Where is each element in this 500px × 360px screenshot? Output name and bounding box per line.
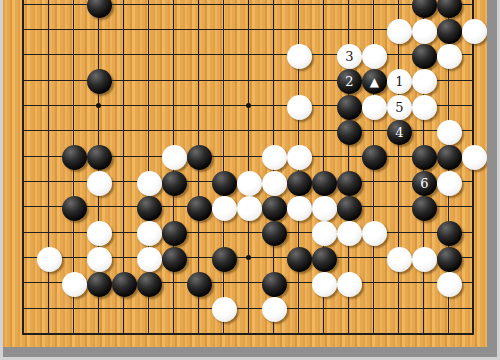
black-stone-c14-r14 — [337, 196, 362, 221]
star-point — [96, 103, 101, 108]
black-stone-c3-r12 — [62, 145, 87, 170]
black-stone-c5-r17 — [112, 272, 137, 297]
black-stone-c15-r9: ▲ — [362, 69, 387, 94]
white-stone-c15-r10 — [362, 95, 387, 120]
white-stone-c12-r10 — [287, 95, 312, 120]
black-stone-c7-r16 — [162, 247, 187, 272]
white-stone-c9-r18 — [212, 297, 237, 322]
black-stone-c17-r6 — [412, 0, 437, 18]
white-stone-c18-r8 — [437, 44, 462, 69]
window-frame-right — [487, 0, 497, 357]
black-stone-c4-r17 — [87, 272, 112, 297]
white-stone-c19-r12 — [462, 145, 487, 170]
white-stone-c10-r14 — [237, 196, 262, 221]
white-stone-c15-r8 — [362, 44, 387, 69]
white-stone-c12-r12 — [287, 145, 312, 170]
black-stone-c16-r11: 4 — [387, 120, 412, 145]
black-stone-c4-r12 — [87, 145, 112, 170]
triangle-marker: ▲ — [370, 76, 379, 88]
white-stone-c4-r15 — [87, 221, 112, 246]
black-stone-c4-r6 — [87, 0, 112, 18]
star-point — [246, 103, 251, 108]
black-stone-c6-r17 — [137, 272, 162, 297]
black-stone-c7-r15 — [162, 221, 187, 246]
black-stone-c11-r15 — [262, 221, 287, 246]
move-number-label: 4 — [395, 126, 403, 139]
black-stone-c8-r12 — [187, 145, 212, 170]
black-stone-c17-r13: 6 — [412, 171, 437, 196]
grid-line-row-19 — [22, 333, 474, 335]
white-stone-c11-r13 — [262, 171, 287, 196]
move-number-label: 5 — [395, 101, 403, 114]
window-frame-bottom — [3, 347, 497, 357]
black-stone-c8-r14 — [187, 196, 212, 221]
white-stone-c14-r8: 3 — [337, 44, 362, 69]
black-stone-c3-r14 — [62, 196, 87, 221]
move-number-label: 1 — [395, 75, 403, 88]
white-stone-c18-r13 — [437, 171, 462, 196]
black-stone-c9-r16 — [212, 247, 237, 272]
black-stone-c17-r14 — [412, 196, 437, 221]
move-number-label: 3 — [345, 50, 353, 63]
black-stone-c18-r7 — [437, 19, 462, 44]
white-stone-c18-r11 — [437, 120, 462, 145]
black-stone-c7-r13 — [162, 171, 187, 196]
black-stone-c18-r6 — [437, 0, 462, 18]
move-number-label: 2 — [345, 75, 353, 88]
black-stone-c11-r17 — [262, 272, 287, 297]
white-stone-c10-r13 — [237, 171, 262, 196]
white-stone-c12-r14 — [287, 196, 312, 221]
go-board[interactable]: 32▲1546 — [3, 0, 487, 347]
go-app-window: 32▲1546 — [0, 0, 500, 360]
white-stone-c17-r9 — [412, 69, 437, 94]
white-stone-c18-r17 — [437, 272, 462, 297]
black-stone-c9-r13 — [212, 171, 237, 196]
white-stone-c7-r12 — [162, 145, 187, 170]
white-stone-c4-r13 — [87, 171, 112, 196]
black-stone-c4-r9 — [87, 69, 112, 94]
move-number-label: 6 — [420, 177, 428, 190]
grid-line-col-10 — [248, 0, 249, 335]
grid-line-col-9 — [223, 0, 224, 335]
white-stone-c16-r9: 1 — [387, 69, 412, 94]
black-stone-c13-r16 — [312, 247, 337, 272]
black-stone-c12-r16 — [287, 247, 312, 272]
white-stone-c17-r16 — [412, 247, 437, 272]
white-stone-c6-r15 — [137, 221, 162, 246]
black-stone-c15-r12 — [362, 145, 387, 170]
black-stone-c14-r10 — [337, 95, 362, 120]
white-stone-c3-r17 — [62, 272, 87, 297]
white-stone-c15-r15 — [362, 221, 387, 246]
black-stone-c18-r15 — [437, 221, 462, 246]
black-stone-c17-r12 — [412, 145, 437, 170]
black-stone-c18-r16 — [437, 247, 462, 272]
white-stone-c14-r17 — [337, 272, 362, 297]
white-stone-c2-r16 — [37, 247, 62, 272]
white-stone-c6-r13 — [137, 171, 162, 196]
grid-line-col-2 — [48, 0, 49, 335]
black-stone-c12-r13 — [287, 171, 312, 196]
white-stone-c11-r18 — [262, 297, 287, 322]
black-stone-c14-r13 — [337, 171, 362, 196]
white-stone-c13-r17 — [312, 272, 337, 297]
black-stone-c17-r8 — [412, 44, 437, 69]
black-stone-c6-r14 — [137, 196, 162, 221]
white-stone-c11-r12 — [262, 145, 287, 170]
black-stone-c13-r13 — [312, 171, 337, 196]
white-stone-c13-r14 — [312, 196, 337, 221]
white-stone-c16-r16 — [387, 247, 412, 272]
star-point — [246, 255, 251, 260]
white-stone-c12-r8 — [287, 44, 312, 69]
white-stone-c16-r7 — [387, 19, 412, 44]
grid-line-col-16 — [398, 0, 399, 335]
black-stone-c11-r14 — [262, 196, 287, 221]
white-stone-c17-r7 — [412, 19, 437, 44]
white-stone-c14-r15 — [337, 221, 362, 246]
black-stone-c18-r12 — [437, 145, 462, 170]
grid-line-row-8 — [22, 54, 474, 55]
white-stone-c17-r10 — [412, 95, 437, 120]
black-stone-c14-r9: 2 — [337, 69, 362, 94]
black-stone-c14-r11 — [337, 120, 362, 145]
white-stone-c13-r15 — [312, 221, 337, 246]
white-stone-c16-r10: 5 — [387, 95, 412, 120]
black-stone-c8-r17 — [187, 272, 212, 297]
grid-line-row-18 — [22, 308, 474, 309]
grid-line-col-1 — [22, 0, 24, 335]
white-stone-c4-r16 — [87, 247, 112, 272]
white-stone-c9-r14 — [212, 196, 237, 221]
white-stone-c6-r16 — [137, 247, 162, 272]
white-stone-c19-r7 — [462, 19, 487, 44]
